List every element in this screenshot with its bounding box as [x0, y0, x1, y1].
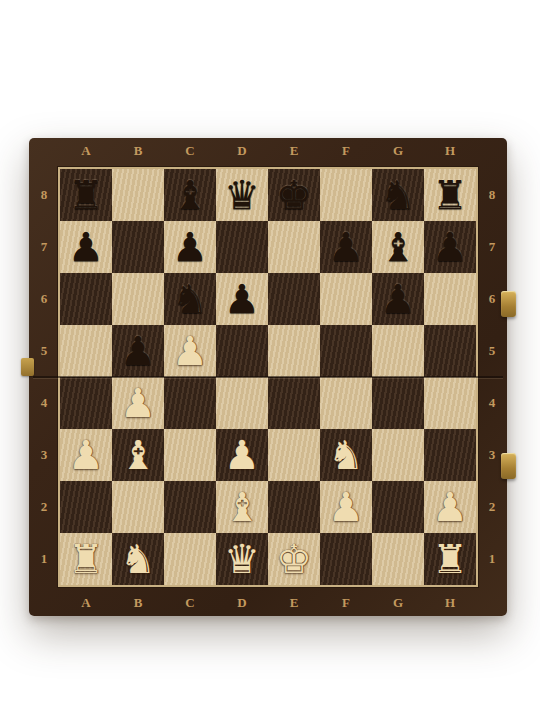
- coordinate-label-E: E: [268, 143, 320, 159]
- coordinate-label-G: G: [372, 595, 424, 611]
- piece-black-pawn-b5[interactable]: ♟: [120, 331, 156, 371]
- square-h2[interactable]: ♟: [424, 481, 476, 533]
- square-c6[interactable]: ♞: [164, 273, 216, 325]
- piece-black-knight-g8[interactable]: ♞: [380, 175, 416, 215]
- square-a2[interactable]: [60, 481, 112, 533]
- piece-white-bishop-b3[interactable]: ♝: [120, 435, 156, 475]
- brass-clasp-icon: [501, 453, 516, 479]
- square-a5[interactable]: [60, 325, 112, 377]
- square-h7[interactable]: ♟: [424, 221, 476, 273]
- square-c8[interactable]: ♝: [164, 169, 216, 221]
- coordinate-label-H: H: [424, 143, 476, 159]
- piece-black-knight-c6[interactable]: ♞: [172, 279, 208, 319]
- coordinate-label-4: 4: [34, 377, 54, 429]
- square-e2[interactable]: [268, 481, 320, 533]
- square-b5[interactable]: ♟: [112, 325, 164, 377]
- square-f8[interactable]: [320, 169, 372, 221]
- piece-black-pawn-h7[interactable]: ♟: [432, 227, 468, 267]
- piece-white-pawn-f2[interactable]: ♟: [328, 487, 364, 527]
- piece-black-bishop-g7[interactable]: ♝: [380, 227, 416, 267]
- square-a1[interactable]: ♜: [60, 533, 112, 585]
- square-g1[interactable]: [372, 533, 424, 585]
- piece-white-pawn-c5[interactable]: ♟: [172, 331, 208, 371]
- coordinate-label-A: A: [60, 595, 112, 611]
- piece-black-rook-a8[interactable]: ♜: [68, 175, 104, 215]
- piece-white-queen-d1[interactable]: ♛: [224, 539, 260, 579]
- square-h6[interactable]: [424, 273, 476, 325]
- square-c5[interactable]: ♟: [164, 325, 216, 377]
- square-h1[interactable]: ♜: [424, 533, 476, 585]
- piece-black-pawn-f7[interactable]: ♟: [328, 227, 364, 267]
- square-g8[interactable]: ♞: [372, 169, 424, 221]
- coordinate-label-6: 6: [34, 273, 54, 325]
- piece-black-rook-h8[interactable]: ♜: [432, 175, 468, 215]
- square-a4[interactable]: [60, 377, 112, 429]
- square-a6[interactable]: [60, 273, 112, 325]
- square-f2[interactable]: ♟: [320, 481, 372, 533]
- piece-black-queen-d8[interactable]: ♛: [224, 175, 260, 215]
- piece-black-bishop-c8[interactable]: ♝: [172, 175, 208, 215]
- coordinate-label-A: A: [60, 143, 112, 159]
- coordinate-label-B: B: [112, 143, 164, 159]
- square-e5[interactable]: [268, 325, 320, 377]
- square-a8[interactable]: ♜: [60, 169, 112, 221]
- square-g2[interactable]: [372, 481, 424, 533]
- coordinate-label-7: 7: [482, 221, 502, 273]
- chessboard-frame: ABCDEFGH ABCDEFGH 87654321 87654321 ♜♝♛♚…: [29, 138, 507, 616]
- square-c1[interactable]: [164, 533, 216, 585]
- square-d4[interactable]: [216, 377, 268, 429]
- square-f3[interactable]: ♞: [320, 429, 372, 481]
- coordinate-label-C: C: [164, 143, 216, 159]
- brass-hinge-icon: [21, 358, 34, 376]
- square-h5[interactable]: [424, 325, 476, 377]
- coordinate-label-5: 5: [34, 325, 54, 377]
- square-b4[interactable]: ♟: [112, 377, 164, 429]
- piece-black-pawn-a7[interactable]: ♟: [68, 227, 104, 267]
- piece-black-pawn-d6[interactable]: ♟: [224, 279, 260, 319]
- piece-white-pawn-d3[interactable]: ♟: [224, 435, 260, 475]
- coordinate-label-F: F: [320, 595, 372, 611]
- coordinate-label-3: 3: [34, 429, 54, 481]
- coordinate-label-B: B: [112, 595, 164, 611]
- coordinate-label-8: 8: [482, 169, 502, 221]
- square-g7[interactable]: ♝: [372, 221, 424, 273]
- piece-white-pawn-h2[interactable]: ♟: [432, 487, 468, 527]
- square-a3[interactable]: ♟: [60, 429, 112, 481]
- square-d8[interactable]: ♛: [216, 169, 268, 221]
- coordinate-label-4: 4: [482, 377, 502, 429]
- coordinate-label-5: 5: [482, 325, 502, 377]
- square-e6[interactable]: [268, 273, 320, 325]
- piece-white-bishop-d2[interactable]: ♝: [224, 487, 260, 527]
- piece-white-pawn-b4[interactable]: ♟: [120, 383, 156, 423]
- fold-seam: [33, 376, 503, 378]
- piece-white-knight-b1[interactable]: ♞: [120, 539, 156, 579]
- square-f5[interactable]: [320, 325, 372, 377]
- coordinate-label-6: 6: [482, 273, 502, 325]
- piece-white-pawn-a3[interactable]: ♟: [68, 435, 104, 475]
- piece-white-rook-a1[interactable]: ♜: [68, 539, 104, 579]
- coordinate-label-1: 1: [482, 533, 502, 585]
- square-d1[interactable]: ♛: [216, 533, 268, 585]
- square-b8[interactable]: [112, 169, 164, 221]
- square-g4[interactable]: [372, 377, 424, 429]
- file-labels-bottom: ABCDEFGH: [60, 595, 476, 611]
- brass-clasp-icon: [501, 291, 516, 317]
- product-photo-stage: ABCDEFGH ABCDEFGH 87654321 87654321 ♜♝♛♚…: [0, 0, 540, 720]
- square-c4[interactable]: [164, 377, 216, 429]
- square-f1[interactable]: [320, 533, 372, 585]
- square-e1[interactable]: ♚: [268, 533, 320, 585]
- coordinate-label-C: C: [164, 595, 216, 611]
- piece-black-king-e8[interactable]: ♚: [276, 175, 312, 215]
- square-d5[interactable]: [216, 325, 268, 377]
- square-e8[interactable]: ♚: [268, 169, 320, 221]
- piece-white-knight-f3[interactable]: ♞: [328, 435, 364, 475]
- square-h8[interactable]: ♜: [424, 169, 476, 221]
- square-g6[interactable]: ♟: [372, 273, 424, 325]
- coordinate-label-H: H: [424, 595, 476, 611]
- coordinate-label-3: 3: [482, 429, 502, 481]
- square-c2[interactable]: [164, 481, 216, 533]
- piece-black-pawn-c7[interactable]: ♟: [172, 227, 208, 267]
- square-f6[interactable]: [320, 273, 372, 325]
- coordinate-label-D: D: [216, 143, 268, 159]
- square-b1[interactable]: ♞: [112, 533, 164, 585]
- square-b3[interactable]: ♝: [112, 429, 164, 481]
- square-g3[interactable]: [372, 429, 424, 481]
- square-b7[interactable]: [112, 221, 164, 273]
- piece-black-pawn-g6[interactable]: ♟: [380, 279, 416, 319]
- coordinate-label-7: 7: [34, 221, 54, 273]
- square-e7[interactable]: [268, 221, 320, 273]
- coordinate-label-G: G: [372, 143, 424, 159]
- square-g5[interactable]: [372, 325, 424, 377]
- piece-white-king-e1[interactable]: ♚: [276, 539, 312, 579]
- square-f4[interactable]: [320, 377, 372, 429]
- square-c7[interactable]: ♟: [164, 221, 216, 273]
- coordinate-label-D: D: [216, 595, 268, 611]
- square-h4[interactable]: [424, 377, 476, 429]
- square-d2[interactable]: ♝: [216, 481, 268, 533]
- square-b2[interactable]: [112, 481, 164, 533]
- square-d3[interactable]: ♟: [216, 429, 268, 481]
- file-labels-top: ABCDEFGH: [60, 143, 476, 159]
- coordinate-label-E: E: [268, 595, 320, 611]
- square-a7[interactable]: ♟: [60, 221, 112, 273]
- square-c3[interactable]: [164, 429, 216, 481]
- square-h3[interactable]: [424, 429, 476, 481]
- coordinate-label-8: 8: [34, 169, 54, 221]
- coordinate-label-2: 2: [34, 481, 54, 533]
- coordinate-label-F: F: [320, 143, 372, 159]
- piece-white-rook-h1[interactable]: ♜: [432, 539, 468, 579]
- coordinate-label-2: 2: [482, 481, 502, 533]
- square-b6[interactable]: [112, 273, 164, 325]
- square-d7[interactable]: [216, 221, 268, 273]
- square-f7[interactable]: ♟: [320, 221, 372, 273]
- square-e4[interactable]: [268, 377, 320, 429]
- square-d6[interactable]: ♟: [216, 273, 268, 325]
- coordinate-label-1: 1: [34, 533, 54, 585]
- square-e3[interactable]: [268, 429, 320, 481]
